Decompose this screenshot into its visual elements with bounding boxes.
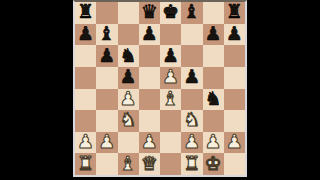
piece-black-pawn: ♟ xyxy=(183,67,200,86)
square-a2[interactable]: ♟ xyxy=(75,132,96,154)
letterbox-right xyxy=(247,0,320,180)
piece-black-pawn: ♟ xyxy=(141,24,158,43)
square-f3[interactable]: ♞ xyxy=(181,110,202,132)
piece-black-bishop: ♝ xyxy=(183,2,200,21)
square-e8[interactable]: ♚ xyxy=(160,2,181,24)
piece-black-pawn: ♟ xyxy=(120,67,137,86)
square-f2[interactable]: ♟ xyxy=(181,132,202,154)
square-d3[interactable] xyxy=(139,110,160,132)
square-g8[interactable] xyxy=(203,2,224,24)
square-d4[interactable] xyxy=(139,89,160,111)
piece-black-bishop: ♝ xyxy=(98,24,115,43)
square-h8[interactable]: ♜ xyxy=(224,2,245,24)
piece-white-pawn: ♟ xyxy=(141,132,158,151)
square-a3[interactable] xyxy=(75,110,96,132)
square-g7[interactable]: ♟ xyxy=(203,24,224,46)
piece-white-knight: ♞ xyxy=(183,110,200,129)
square-b2[interactable]: ♟ xyxy=(96,132,117,154)
square-h7[interactable]: ♟ xyxy=(224,24,245,46)
square-b4[interactable] xyxy=(96,89,117,111)
chess-board-frame: ♜♛♚♝♜♟♝♟♟♟♟♞♟♟♟♟♟♝♞♞♞♟♟♟♟♟♟♜♝♛♜♚ xyxy=(73,0,247,177)
square-h4[interactable] xyxy=(224,89,245,111)
square-a4[interactable] xyxy=(75,89,96,111)
piece-white-bishop: ♝ xyxy=(162,89,179,108)
piece-white-bishop: ♝ xyxy=(120,154,137,173)
square-d5[interactable] xyxy=(139,67,160,89)
square-b6[interactable]: ♟ xyxy=(96,45,117,67)
square-e3[interactable] xyxy=(160,110,181,132)
piece-black-pawn: ♟ xyxy=(162,46,179,65)
square-g3[interactable] xyxy=(203,110,224,132)
square-d7[interactable]: ♟ xyxy=(139,24,160,46)
piece-white-rook: ♜ xyxy=(183,154,200,173)
piece-black-pawn: ♟ xyxy=(77,24,94,43)
square-d1[interactable]: ♛ xyxy=(139,153,160,175)
square-b7[interactable]: ♝ xyxy=(96,24,117,46)
square-f7[interactable] xyxy=(181,24,202,46)
piece-white-pawn: ♟ xyxy=(183,132,200,151)
piece-white-rook: ♜ xyxy=(77,154,94,173)
square-g5[interactable] xyxy=(203,67,224,89)
square-c3[interactable]: ♞ xyxy=(118,110,139,132)
letterbox-left xyxy=(0,0,73,180)
piece-white-pawn: ♟ xyxy=(162,67,179,86)
square-a5[interactable] xyxy=(75,67,96,89)
square-c6[interactable]: ♞ xyxy=(118,45,139,67)
square-b5[interactable] xyxy=(96,67,117,89)
square-b8[interactable] xyxy=(96,2,117,24)
piece-black-king: ♚ xyxy=(162,2,179,21)
piece-black-knight: ♞ xyxy=(205,89,222,108)
piece-white-pawn: ♟ xyxy=(120,89,137,108)
square-c8[interactable] xyxy=(118,2,139,24)
square-a1[interactable]: ♜ xyxy=(75,153,96,175)
piece-white-queen: ♛ xyxy=(141,154,158,173)
video-frame: ♜♛♚♝♜♟♝♟♟♟♟♞♟♟♟♟♟♝♞♞♞♟♟♟♟♟♟♜♝♛♜♚ xyxy=(0,0,320,180)
piece-black-pawn: ♟ xyxy=(98,46,115,65)
square-f1[interactable]: ♜ xyxy=(181,153,202,175)
square-g4[interactable]: ♞ xyxy=(203,89,224,111)
square-h2[interactable]: ♟ xyxy=(224,132,245,154)
square-d2[interactable]: ♟ xyxy=(139,132,160,154)
square-e6[interactable]: ♟ xyxy=(160,45,181,67)
piece-white-knight: ♞ xyxy=(120,110,137,129)
piece-white-king: ♚ xyxy=(205,154,222,173)
square-d8[interactable]: ♛ xyxy=(139,2,160,24)
square-d6[interactable] xyxy=(139,45,160,67)
piece-black-rook: ♜ xyxy=(77,2,94,21)
square-a7[interactable]: ♟ xyxy=(75,24,96,46)
square-h3[interactable] xyxy=(224,110,245,132)
square-c2[interactable] xyxy=(118,132,139,154)
square-f5[interactable]: ♟ xyxy=(181,67,202,89)
square-b1[interactable] xyxy=(96,153,117,175)
square-g1[interactable]: ♚ xyxy=(203,153,224,175)
square-c7[interactable] xyxy=(118,24,139,46)
piece-white-pawn: ♟ xyxy=(98,132,115,151)
square-h6[interactable] xyxy=(224,45,245,67)
square-a8[interactable]: ♜ xyxy=(75,2,96,24)
square-e2[interactable] xyxy=(160,132,181,154)
square-h5[interactable] xyxy=(224,67,245,89)
square-b3[interactable] xyxy=(96,110,117,132)
square-a6[interactable] xyxy=(75,45,96,67)
piece-black-knight: ♞ xyxy=(120,46,137,65)
piece-white-pawn: ♟ xyxy=(226,132,243,151)
piece-black-rook: ♜ xyxy=(226,2,243,21)
square-g2[interactable]: ♟ xyxy=(203,132,224,154)
piece-black-pawn: ♟ xyxy=(205,24,222,43)
square-f4[interactable] xyxy=(181,89,202,111)
square-e7[interactable] xyxy=(160,24,181,46)
piece-white-pawn: ♟ xyxy=(77,132,94,151)
chess-board: ♜♛♚♝♜♟♝♟♟♟♟♞♟♟♟♟♟♝♞♞♞♟♟♟♟♟♟♜♝♛♜♚ xyxy=(75,2,245,175)
square-e5[interactable]: ♟ xyxy=(160,67,181,89)
square-f6[interactable] xyxy=(181,45,202,67)
square-c5[interactable]: ♟ xyxy=(118,67,139,89)
square-h1[interactable] xyxy=(224,153,245,175)
piece-black-pawn: ♟ xyxy=(226,24,243,43)
piece-white-pawn: ♟ xyxy=(205,132,222,151)
piece-black-queen: ♛ xyxy=(141,2,158,21)
square-c1[interactable]: ♝ xyxy=(118,153,139,175)
square-e4[interactable]: ♝ xyxy=(160,89,181,111)
square-e1[interactable] xyxy=(160,153,181,175)
square-g6[interactable] xyxy=(203,45,224,67)
square-f8[interactable]: ♝ xyxy=(181,2,202,24)
square-c4[interactable]: ♟ xyxy=(118,89,139,111)
